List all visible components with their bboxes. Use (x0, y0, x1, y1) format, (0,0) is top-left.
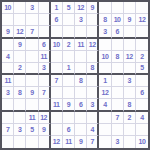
cell-r1-c9[interactable] (99, 2, 111, 14)
cell-r1-c7[interactable]: 12 (75, 2, 87, 14)
cell-r12-c8[interactable]: 7 (87, 136, 99, 148)
cell-r1-c2[interactable] (14, 2, 26, 14)
cell-r4-c4[interactable]: 6 (39, 39, 51, 51)
cell-r8-c8[interactable] (87, 87, 99, 99)
cell-r5-c3[interactable] (26, 51, 38, 63)
cell-r11-c6[interactable]: 6 (63, 124, 75, 136)
cell-r5-c5[interactable] (51, 51, 63, 63)
cell-r1-c4[interactable] (39, 2, 51, 14)
cell-r7-c2[interactable] (14, 75, 26, 87)
cell-r7-c11[interactable]: 3 (124, 75, 136, 87)
cell-r3-c7[interactable] (75, 26, 87, 38)
cell-r5-c8[interactable] (87, 51, 99, 63)
cell-r10-c6[interactable] (63, 112, 75, 124)
cell-r12-c11[interactable] (124, 136, 136, 148)
cell-r1-c11[interactable] (124, 2, 136, 14)
cell-r8-c7[interactable] (75, 87, 87, 99)
cell-r9-c7[interactable]: 6 (75, 99, 87, 111)
cell-r3-c8[interactable] (87, 26, 99, 38)
cell-r6-c12[interactable]: 5 (136, 63, 148, 75)
cell-r1-c12[interactable] (136, 2, 148, 14)
cell-r5-c6[interactable] (63, 51, 75, 63)
cell-r7-c4[interactable] (39, 75, 51, 87)
cell-r9-c1[interactable] (2, 99, 14, 111)
cell-r12-c5[interactable]: 12 (51, 136, 63, 148)
cell-r5-c10[interactable]: 8 (112, 51, 124, 63)
cell-r11-c1[interactable]: 7 (2, 124, 14, 136)
cell-r2-c6[interactable] (63, 14, 75, 26)
cell-r6-c10[interactable] (112, 63, 124, 75)
cell-r10-c8[interactable] (87, 112, 99, 124)
cell-r12-c9[interactable] (99, 136, 111, 148)
cell-r8-c4[interactable]: 7 (39, 87, 51, 99)
cell-r10-c3[interactable]: 11 (26, 112, 38, 124)
cell-r9-c11[interactable]: 8 (124, 99, 136, 111)
cell-r9-c3[interactable] (26, 99, 38, 111)
cell-r5-c11[interactable]: 12 (124, 51, 136, 63)
cell-r12-c6[interactable]: 11 (63, 136, 75, 148)
cell-r12-c2[interactable] (14, 136, 26, 148)
cell-r8-c5[interactable] (51, 87, 63, 99)
cell-r12-c1[interactable] (2, 136, 14, 148)
cell-r4-c9[interactable] (99, 39, 111, 51)
cell-r10-c4[interactable]: 12 (39, 112, 51, 124)
cell-r3-c12[interactable] (136, 26, 148, 38)
cell-r3-c4[interactable] (39, 26, 51, 38)
cell-r5-c12[interactable]: 2 (136, 51, 148, 63)
cell-r10-c9[interactable] (99, 112, 111, 124)
cell-r1-c6[interactable]: 5 (63, 2, 75, 14)
cell-r1-c1[interactable]: 10 (2, 2, 14, 14)
cell-r11-c7[interactable] (75, 124, 87, 136)
cell-r10-c7[interactable] (75, 112, 87, 124)
cell-r12-c7[interactable]: 9 (75, 136, 87, 148)
cell-r7-c5[interactable]: 7 (51, 75, 63, 87)
cell-r2-c8[interactable] (87, 14, 99, 26)
cell-r10-c11[interactable]: 2 (124, 112, 136, 124)
cell-r8-c12[interactable]: 6 (136, 87, 148, 99)
cell-r7-c8[interactable] (87, 75, 99, 87)
cell-r12-c4[interactable] (39, 136, 51, 148)
cell-r4-c12[interactable] (136, 39, 148, 51)
cell-r3-c9[interactable]: 3 (99, 26, 111, 38)
cell-r11-c9[interactable] (99, 124, 111, 136)
cell-r5-c9[interactable]: 10 (99, 51, 111, 63)
cell-r11-c11[interactable] (124, 124, 136, 136)
cell-r6-c9[interactable] (99, 63, 111, 75)
cell-r1-c8[interactable]: 9 (87, 2, 99, 14)
cell-r6-c8[interactable]: 8 (87, 63, 99, 75)
cell-r10-c5[interactable] (51, 112, 63, 124)
cell-r3-c2[interactable]: 12 (14, 26, 26, 38)
cell-r8-c10[interactable] (112, 87, 124, 99)
cell-r6-c4[interactable]: 3 (39, 63, 51, 75)
cell-r2-c3[interactable] (26, 14, 38, 26)
cell-r8-c6[interactable] (63, 87, 75, 99)
cell-r11-c8[interactable]: 4 (87, 124, 99, 136)
cell-r4-c1[interactable] (2, 39, 14, 51)
cell-r7-c3[interactable] (26, 75, 38, 87)
cell-r7-c1[interactable]: 11 (2, 75, 14, 87)
cell-r4-c10[interactable] (112, 39, 124, 51)
cell-r6-c3[interactable] (26, 63, 38, 75)
cell-r6-c6[interactable]: 1 (63, 63, 75, 75)
cell-r5-c7[interactable] (75, 51, 87, 63)
cell-r3-c10[interactable]: 6 (112, 26, 124, 38)
cell-r6-c5[interactable] (51, 63, 63, 75)
cell-r10-c10[interactable]: 7 (112, 112, 124, 124)
cell-r9-c12[interactable] (136, 99, 148, 111)
cell-r9-c4[interactable] (39, 99, 51, 111)
cell-r2-c7[interactable]: 3 (75, 14, 87, 26)
cell-r2-c1[interactable] (2, 14, 14, 26)
cell-r11-c5[interactable] (51, 124, 63, 136)
cell-r7-c12[interactable] (136, 75, 148, 87)
cell-r7-c10[interactable] (112, 75, 124, 87)
cell-r9-c8[interactable]: 3 (87, 99, 99, 111)
cell-r2-c10[interactable]: 10 (112, 14, 124, 26)
cell-r6-c11[interactable] (124, 63, 136, 75)
cell-r8-c11[interactable] (124, 87, 136, 99)
sudoku-board: 1031512963810912912736961021112411108122… (0, 0, 150, 150)
cell-r4-c3[interactable] (26, 39, 38, 51)
cell-r4-c5[interactable]: 10 (51, 39, 63, 51)
cell-r8-c1[interactable]: 3 (2, 87, 14, 99)
cell-r2-c11[interactable]: 9 (124, 14, 136, 26)
cell-r11-c12[interactable] (136, 124, 148, 136)
cell-r5-c1[interactable]: 4 (2, 51, 14, 63)
cell-r5-c2[interactable] (14, 51, 26, 63)
cell-r3-c6[interactable] (63, 26, 75, 38)
cell-r1-c5[interactable]: 1 (51, 2, 63, 14)
cell-r2-c4[interactable] (39, 14, 51, 26)
cell-r12-c10[interactable]: 3 (112, 136, 124, 148)
cell-r7-c9[interactable]: 1 (99, 75, 111, 87)
cell-r10-c1[interactable] (2, 112, 14, 124)
cell-r7-c7[interactable]: 8 (75, 75, 87, 87)
cell-r1-c3[interactable]: 3 (26, 2, 38, 14)
cell-r8-c9[interactable]: 12 (99, 87, 111, 99)
cell-r1-c10[interactable] (112, 2, 124, 14)
cell-r5-c4[interactable]: 11 (39, 51, 51, 63)
cell-r9-c9[interactable]: 4 (99, 99, 111, 111)
cell-r9-c6[interactable]: 9 (63, 99, 75, 111)
cell-r10-c12[interactable]: 4 (136, 112, 148, 124)
cell-r8-c3[interactable]: 9 (26, 87, 38, 99)
cell-r6-c2[interactable]: 2 (14, 63, 26, 75)
cell-r2-c5[interactable]: 6 (51, 14, 63, 26)
cell-r3-c1[interactable]: 9 (2, 26, 14, 38)
cell-r4-c2[interactable]: 9 (14, 39, 26, 51)
cell-r11-c10[interactable] (112, 124, 124, 136)
cell-r4-c11[interactable] (124, 39, 136, 51)
cell-r3-c11[interactable] (124, 26, 136, 38)
cell-r3-c5[interactable] (51, 26, 63, 38)
cell-r4-c7[interactable]: 11 (75, 39, 87, 51)
cell-r10-c2[interactable] (14, 112, 26, 124)
cell-r6-c7[interactable] (75, 63, 87, 75)
cell-r7-c6[interactable] (63, 75, 75, 87)
cell-r3-c3[interactable]: 7 (26, 26, 38, 38)
cell-r4-c6[interactable]: 2 (63, 39, 75, 51)
cell-r2-c12[interactable]: 12 (136, 14, 148, 26)
cell-r9-c5[interactable]: 11 (51, 99, 63, 111)
cell-r6-c1[interactable] (2, 63, 14, 75)
cell-r12-c3[interactable] (26, 136, 38, 148)
cell-r12-c12[interactable]: 10 (136, 136, 148, 148)
cell-r2-c9[interactable]: 8 (99, 14, 111, 26)
cell-r11-c4[interactable]: 9 (39, 124, 51, 136)
cell-r9-c2[interactable] (14, 99, 26, 111)
cell-r2-c2[interactable] (14, 14, 26, 26)
cell-r8-c2[interactable]: 8 (14, 87, 26, 99)
cell-r4-c8[interactable]: 12 (87, 39, 99, 51)
cell-r11-c2[interactable]: 3 (14, 124, 26, 136)
cell-r11-c3[interactable]: 5 (26, 124, 38, 136)
cell-r9-c10[interactable] (112, 99, 124, 111)
